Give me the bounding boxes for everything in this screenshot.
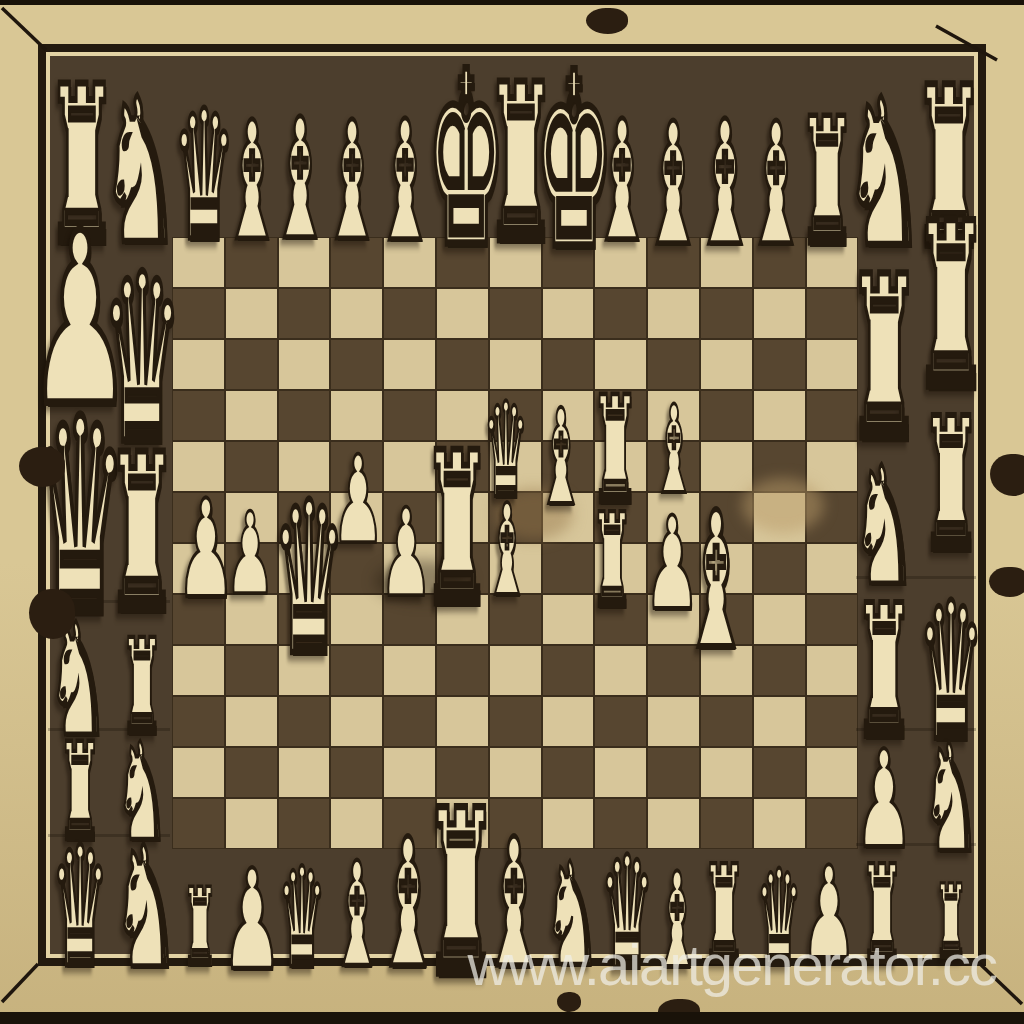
piece-bishop[interactable]: ♝ (681, 487, 750, 675)
watermark-text: www.aiartgenerator.cc (467, 931, 996, 998)
piece-pawn[interactable]: ♟ (222, 852, 283, 990)
photo-edge-strip (0, 0, 1024, 5)
piece-rook[interactable]: ♜ (422, 425, 492, 636)
piece-rook[interactable]: ♜ (920, 393, 981, 577)
piece-pawn[interactable]: ♟ (225, 498, 275, 611)
piece-knight[interactable]: ♞ (112, 824, 180, 992)
pieces-layer: ♜♞♛♝♝♝♝♚♜♚♝♝♝♝♜♞♜♟♛♞♜♛♛♜♜♞♞♜♞♜♟♜♜♜♛♞♜♜♟♛… (0, 0, 1024, 1024)
piece-rook[interactable]: ♜ (590, 496, 633, 626)
frame-dot (29, 589, 75, 639)
frame-dot (19, 447, 65, 487)
chess-artwork: ♜♞♛♝♝♝♝♚♜♚♝♝♝♝♜♞♜♟♛♞♜♛♛♜♜♞♞♜♞♜♟♜♜♜♛♞♜♜♟♛… (0, 0, 1024, 1024)
piece-pawn[interactable]: ♟ (331, 440, 384, 561)
piece-rook[interactable]: ♜ (182, 874, 218, 982)
piece-knight[interactable]: ♞ (921, 725, 981, 873)
piece-queen[interactable]: ♛ (51, 825, 109, 991)
piece-bishop[interactable]: ♝ (537, 391, 586, 523)
piece-bishop[interactable]: ♝ (322, 100, 382, 263)
frame-dot (586, 8, 628, 34)
photo-edge-strip (0, 1012, 1024, 1024)
piece-bishop[interactable]: ♝ (484, 488, 530, 614)
piece-queen[interactable]: ♛ (278, 850, 326, 988)
